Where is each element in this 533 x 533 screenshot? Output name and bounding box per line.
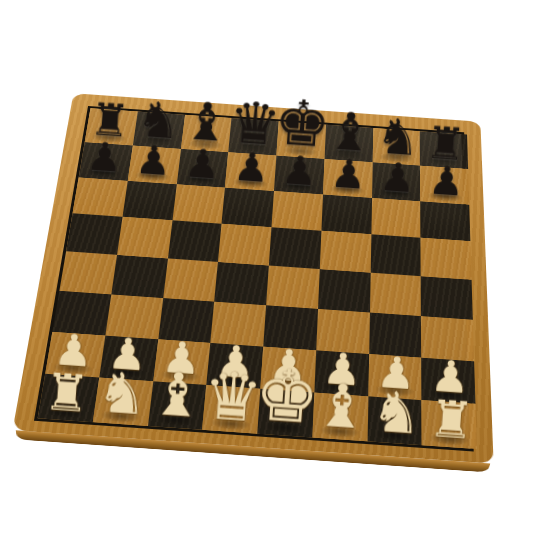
piece-black-pawn-a7: ♟ [86, 136, 124, 178]
square-e5 [269, 227, 321, 269]
square-a5 [66, 214, 122, 255]
piece-white-bishop-f1: ♝ [313, 375, 370, 438]
square-e6 [271, 191, 322, 231]
square-b4 [111, 255, 167, 298]
square-h1: ♜ [422, 400, 477, 449]
square-e1: ♚ [257, 389, 314, 437]
square-d7: ♟ [225, 152, 276, 191]
piece-black-pawn-g7: ♟ [378, 157, 416, 199]
square-f1: ♝ [312, 393, 368, 442]
square-g5 [370, 234, 421, 276]
piece-black-pawn-d7: ♟ [232, 146, 270, 188]
square-f5 [320, 231, 371, 273]
square-e4 [266, 266, 319, 309]
square-g1: ♞ [367, 397, 422, 446]
chess-set-photo: ♜♞♝♛♚♝♞♜♟♟♟♟♟♟♟♟♟♟♟♟♟♟♟♟♜♞♝♛♚♝♞♜ [0, 0, 533, 533]
chess-board: ♜♞♝♛♚♝♞♜♟♟♟♟♟♟♟♟♟♟♟♟♟♟♟♟♜♞♝♛♚♝♞♜ [13, 93, 494, 464]
square-a4 [59, 251, 116, 294]
square-f4 [318, 269, 370, 312]
piece-black-pawn-b7: ♟ [135, 139, 173, 181]
piece-white-rook-a1: ♜ [43, 365, 92, 419]
square-h7: ♟ [420, 165, 469, 204]
square-c6 [172, 184, 225, 224]
board-grid: ♜♞♝♛♚♝♞♜♟♟♟♟♟♟♟♟♟♟♟♟♟♟♟♟♜♞♝♛♚♝♞♜ [34, 106, 474, 451]
square-g6 [371, 198, 421, 238]
square-e7: ♟ [274, 155, 324, 194]
piece-black-pawn-h7: ♟ [427, 160, 465, 202]
piece-white-knight-b1: ♞ [95, 363, 149, 423]
square-a6 [73, 177, 128, 217]
square-h4 [421, 276, 473, 319]
square-b1: ♞ [93, 378, 153, 426]
square-h5 [421, 238, 472, 280]
square-d5 [218, 224, 271, 266]
square-g7: ♟ [372, 162, 421, 201]
square-a7: ♟ [79, 142, 133, 180]
square-d4 [214, 262, 268, 305]
square-a1: ♜ [38, 374, 99, 422]
piece-black-pawn-e7: ♟ [281, 150, 319, 192]
piece-white-bishop-c1: ♝ [149, 364, 206, 427]
piece-black-pawn-f7: ♟ [330, 153, 368, 195]
square-b5 [117, 217, 172, 258]
square-d6 [222, 187, 274, 227]
square-d1: ♛ [202, 385, 260, 433]
piece-white-king-e1: ♚ [253, 359, 322, 435]
square-b7: ♟ [128, 145, 181, 184]
square-f7: ♟ [323, 159, 372, 198]
square-h6 [420, 201, 470, 241]
piece-white-rook-h1: ♜ [427, 392, 476, 446]
square-c7: ♟ [176, 149, 228, 188]
square-b6 [122, 181, 176, 221]
piece-white-knight-g1: ♞ [369, 383, 423, 443]
square-f6 [321, 194, 371, 234]
piece-black-pawn-c7: ♟ [183, 143, 221, 185]
square-c5 [167, 220, 221, 261]
square-g4 [369, 273, 421, 316]
square-c4 [163, 258, 218, 301]
square-c1: ♝ [147, 382, 206, 430]
